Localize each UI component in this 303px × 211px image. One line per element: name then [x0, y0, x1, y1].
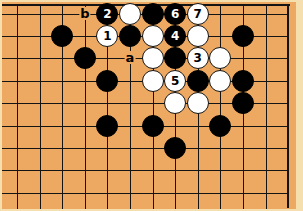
- move-number-label: 2: [103, 8, 111, 20]
- stone-white[interactable]: 5: [164, 70, 186, 92]
- move-number-label: 1: [103, 30, 111, 42]
- stone-black[interactable]: [119, 25, 141, 47]
- stone-black[interactable]: [142, 3, 164, 25]
- go-board-diagram: 2671435ab: [0, 0, 303, 211]
- stone-black[interactable]: [96, 70, 118, 92]
- stone-white[interactable]: 7: [187, 3, 209, 25]
- stone-black[interactable]: [232, 25, 254, 47]
- stone-white[interactable]: [209, 47, 231, 69]
- stone-black[interactable]: [74, 47, 96, 69]
- stone-white[interactable]: [119, 3, 141, 25]
- stone-white[interactable]: [142, 70, 164, 92]
- stone-black[interactable]: [142, 115, 164, 137]
- stone-black[interactable]: [232, 70, 254, 92]
- stone-black[interactable]: 2: [96, 3, 118, 25]
- stone-black[interactable]: [164, 47, 186, 69]
- stone-white[interactable]: [164, 92, 186, 114]
- grid-line-horizontal: [2, 170, 287, 171]
- stone-black[interactable]: [51, 25, 73, 47]
- stone-white[interactable]: [187, 25, 209, 47]
- board-right-edge-line: [287, 4, 290, 209]
- stone-white[interactable]: [142, 25, 164, 47]
- point-label-a: a: [125, 51, 136, 64]
- stone-black[interactable]: [164, 137, 186, 159]
- stone-black[interactable]: [187, 70, 209, 92]
- stone-black[interactable]: [96, 115, 118, 137]
- grid-line-horizontal: [2, 148, 287, 149]
- move-number-label: 5: [171, 75, 179, 87]
- stone-black[interactable]: [232, 92, 254, 114]
- move-number-label: 7: [194, 8, 202, 20]
- point-label-b: b: [79, 6, 90, 19]
- move-number-label: 3: [194, 52, 202, 64]
- stone-white[interactable]: 3: [187, 47, 209, 69]
- stone-white[interactable]: 1: [96, 25, 118, 47]
- stone-black[interactable]: [209, 115, 231, 137]
- move-number-label: 4: [171, 30, 179, 42]
- stone-white[interactable]: [209, 70, 231, 92]
- stone-black[interactable]: 4: [164, 25, 186, 47]
- stone-white[interactable]: [187, 92, 209, 114]
- stone-white[interactable]: [142, 47, 164, 69]
- stone-black[interactable]: 6: [164, 3, 186, 25]
- move-number-label: 6: [171, 8, 179, 20]
- grid-line-horizontal: [2, 193, 287, 194]
